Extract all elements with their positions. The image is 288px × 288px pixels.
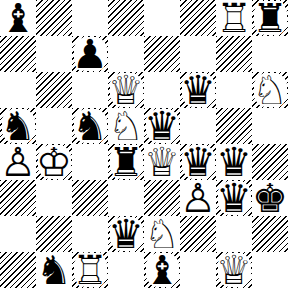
square-a4[interactable]: ♙: [0, 144, 36, 180]
square-e4[interactable]: ♕: [144, 144, 180, 180]
square-d4[interactable]: ♜: [108, 144, 144, 180]
square-f1[interactable]: [180, 252, 216, 288]
square-f8[interactable]: [180, 0, 216, 36]
square-a3[interactable]: [0, 180, 36, 216]
white-knight: ♘: [254, 73, 287, 107]
black-bishop: ♝: [2, 1, 35, 35]
square-f2[interactable]: [180, 216, 216, 252]
square-g8[interactable]: ♖: [216, 0, 252, 36]
square-h8[interactable]: ♜: [252, 0, 288, 36]
white-rook: ♖: [218, 1, 251, 35]
black-queen: ♛: [218, 181, 251, 215]
black-bishop: ♝: [146, 253, 179, 287]
square-b8[interactable]: [36, 0, 72, 36]
square-a7[interactable]: [0, 36, 36, 72]
square-h5[interactable]: [252, 108, 288, 144]
square-e7[interactable]: [144, 36, 180, 72]
black-queen: ♛: [182, 145, 215, 179]
black-knight: ♞: [38, 253, 71, 287]
square-c7[interactable]: ♟: [72, 36, 108, 72]
black-queen: ♛: [182, 73, 215, 107]
square-b7[interactable]: [36, 36, 72, 72]
black-rook: ♜: [254, 1, 287, 35]
square-b6[interactable]: [36, 72, 72, 108]
square-d2[interactable]: ♛: [108, 216, 144, 252]
square-b1[interactable]: ♞: [36, 252, 72, 288]
square-c3[interactable]: [72, 180, 108, 216]
black-king: ♚: [254, 181, 287, 215]
square-e1[interactable]: ♝: [144, 252, 180, 288]
square-h6[interactable]: ♘: [252, 72, 288, 108]
square-b3[interactable]: [36, 180, 72, 216]
black-knight: ♞: [74, 109, 107, 143]
chess-board: ♝♖♜♟♕♛♘♞♞♘♛♙♔♜♕♛♛♙♛♚♛♘♞♖♝♕: [0, 0, 288, 288]
white-queen: ♕: [110, 73, 143, 107]
square-b4[interactable]: ♔: [36, 144, 72, 180]
white-pawn: ♙: [182, 181, 215, 215]
square-c5[interactable]: ♞: [72, 108, 108, 144]
square-f6[interactable]: ♛: [180, 72, 216, 108]
square-g1[interactable]: ♕: [216, 252, 252, 288]
black-rook: ♜: [110, 145, 143, 179]
square-a1[interactable]: [0, 252, 36, 288]
black-queen: ♛: [218, 145, 251, 179]
square-a2[interactable]: [0, 216, 36, 252]
white-queen: ♕: [146, 145, 179, 179]
black-queen: ♛: [146, 109, 179, 143]
white-queen: ♕: [218, 253, 251, 287]
square-c4[interactable]: [72, 144, 108, 180]
square-f3[interactable]: ♙: [180, 180, 216, 216]
square-d1[interactable]: [108, 252, 144, 288]
white-rook: ♖: [74, 253, 107, 287]
square-g3[interactable]: ♛: [216, 180, 252, 216]
square-h1[interactable]: [252, 252, 288, 288]
white-king: ♔: [38, 145, 71, 179]
square-c1[interactable]: ♖: [72, 252, 108, 288]
square-e8[interactable]: [144, 0, 180, 36]
black-knight: ♞: [2, 109, 35, 143]
square-h3[interactable]: ♚: [252, 180, 288, 216]
white-knight: ♘: [110, 109, 143, 143]
black-pawn: ♟: [74, 37, 107, 71]
square-d8[interactable]: [108, 0, 144, 36]
square-g7[interactable]: [216, 36, 252, 72]
black-queen: ♛: [110, 217, 143, 251]
white-knight: ♘: [146, 217, 179, 251]
square-h2[interactable]: [252, 216, 288, 252]
square-g6[interactable]: [216, 72, 252, 108]
square-a8[interactable]: ♝: [0, 0, 36, 36]
white-pawn: ♙: [2, 145, 35, 179]
